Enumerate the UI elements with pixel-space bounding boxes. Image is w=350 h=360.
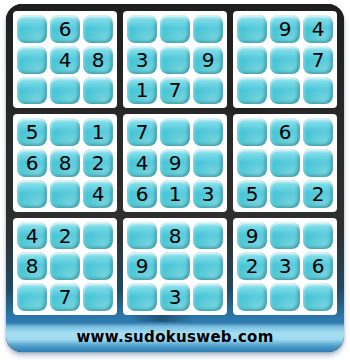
cell-r7c5[interactable]: 8 — [160, 222, 190, 250]
cell-r3c7[interactable] — [237, 77, 267, 105]
cell-r9c2[interactable]: 7 — [50, 283, 80, 311]
cell-r3c2[interactable] — [50, 77, 80, 105]
cell-digit: 2 — [312, 184, 325, 204]
cell-r9c9[interactable] — [303, 283, 333, 311]
box-r2c1: 516824 — [13, 114, 117, 211]
cell-r2c1[interactable] — [17, 46, 47, 74]
cell-r6c4[interactable]: 6 — [127, 180, 157, 208]
cell-r7c6[interactable] — [193, 222, 223, 250]
cell-r5c1[interactable]: 6 — [17, 149, 47, 177]
cell-r1c1[interactable] — [17, 15, 47, 43]
cell-digit: 4 — [59, 50, 72, 70]
cell-r3c1[interactable] — [17, 77, 47, 105]
cell-r5c9[interactable] — [303, 149, 333, 177]
box-r2c2: 749613 — [123, 114, 227, 211]
cell-digit: 3 — [169, 287, 182, 307]
sudoku-board: 648391794751682474961365242878939236 — [6, 4, 344, 322]
cell-digit: 7 — [312, 50, 325, 70]
cell-r4c4[interactable]: 7 — [127, 118, 157, 146]
cell-digit: 8 — [92, 50, 105, 70]
cell-digit: 9 — [246, 226, 259, 246]
cell-digit: 7 — [169, 80, 182, 100]
cell-r7c3[interactable] — [83, 222, 113, 250]
cell-digit: 8 — [169, 226, 182, 246]
cell-digit: 9 — [202, 50, 215, 70]
cell-r5c2[interactable]: 8 — [50, 149, 80, 177]
cell-r9c1[interactable] — [17, 283, 47, 311]
cell-r2c6[interactable]: 9 — [193, 46, 223, 74]
cell-r9c8[interactable] — [270, 283, 300, 311]
cell-digit: 7 — [59, 287, 72, 307]
box-r2c3: 652 — [233, 114, 337, 211]
cell-r6c3[interactable]: 4 — [83, 180, 113, 208]
cell-r5c3[interactable]: 2 — [83, 149, 113, 177]
cell-r7c1[interactable]: 4 — [17, 222, 47, 250]
cell-digit: 1 — [136, 80, 149, 100]
cell-r4c8[interactable]: 6 — [270, 118, 300, 146]
cell-r3c5[interactable]: 7 — [160, 77, 190, 105]
cell-r2c3[interactable]: 8 — [83, 46, 113, 74]
cell-r1c5[interactable] — [160, 15, 190, 43]
cell-digit: 1 — [92, 122, 105, 142]
cell-digit: 4 — [92, 184, 105, 204]
box-r3c2: 893 — [123, 218, 227, 315]
cell-r8c3[interactable] — [83, 252, 113, 280]
cell-digit: 2 — [59, 226, 72, 246]
sudoku-app: 648391794751682474961365242878939236 www… — [6, 4, 344, 352]
cell-r3c9[interactable] — [303, 77, 333, 105]
cell-r4c1[interactable]: 5 — [17, 118, 47, 146]
cell-r3c3[interactable] — [83, 77, 113, 105]
cell-r4c3[interactable]: 1 — [83, 118, 113, 146]
cell-digit: 3 — [136, 50, 149, 70]
cell-r1c6[interactable] — [193, 15, 223, 43]
cell-r5c5[interactable]: 9 — [160, 149, 190, 177]
cell-r6c7[interactable]: 5 — [237, 180, 267, 208]
cell-digit: 9 — [136, 256, 149, 276]
cell-r4c9[interactable] — [303, 118, 333, 146]
cell-r1c2[interactable]: 6 — [50, 15, 80, 43]
cell-r2c7[interactable] — [237, 46, 267, 74]
cell-r2c2[interactable]: 4 — [50, 46, 80, 74]
cell-r7c2[interactable]: 2 — [50, 222, 80, 250]
cell-r6c5[interactable]: 1 — [160, 180, 190, 208]
cell-digit: 6 — [279, 122, 292, 142]
cell-r8c1[interactable]: 8 — [17, 252, 47, 280]
box-r1c1: 648 — [13, 11, 117, 108]
cell-r5c7[interactable] — [237, 149, 267, 177]
cell-r9c3[interactable] — [83, 283, 113, 311]
box-r1c3: 947 — [233, 11, 337, 108]
cell-digit: 6 — [26, 153, 39, 173]
cell-r8c4[interactable]: 9 — [127, 252, 157, 280]
cell-r9c6[interactable] — [193, 283, 223, 311]
cell-r2c8[interactable] — [270, 46, 300, 74]
box-r1c2: 3917 — [123, 11, 227, 108]
cell-r3c8[interactable] — [270, 77, 300, 105]
box-r3c1: 4287 — [13, 218, 117, 315]
footer: www.sudokusweb.com — [6, 322, 344, 352]
cell-digit: 2 — [92, 153, 105, 173]
cell-r1c3[interactable] — [83, 15, 113, 43]
cell-r1c7[interactable] — [237, 15, 267, 43]
cell-digit: 6 — [312, 256, 325, 276]
cell-r6c2[interactable] — [50, 180, 80, 208]
cell-digit: 3 — [202, 184, 215, 204]
cell-r8c9[interactable]: 6 — [303, 252, 333, 280]
cell-r4c2[interactable] — [50, 118, 80, 146]
cell-r6c9[interactable]: 2 — [303, 180, 333, 208]
cell-digit: 4 — [312, 19, 325, 39]
cell-digit: 7 — [136, 122, 149, 142]
cell-r5c8[interactable] — [270, 149, 300, 177]
cell-r3c6[interactable] — [193, 77, 223, 105]
cell-r2c4[interactable]: 3 — [127, 46, 157, 74]
cell-digit: 6 — [136, 184, 149, 204]
cell-r5c4[interactable]: 4 — [127, 149, 157, 177]
cell-digit: 9 — [169, 153, 182, 173]
cell-digit: 4 — [136, 153, 149, 173]
cell-digit: 8 — [26, 256, 39, 276]
cell-r6c1[interactable] — [17, 180, 47, 208]
cell-r7c4[interactable] — [127, 222, 157, 250]
cell-r8c7[interactable]: 2 — [237, 252, 267, 280]
cell-r1c9[interactable]: 4 — [303, 15, 333, 43]
cell-r1c8[interactable]: 9 — [270, 15, 300, 43]
cell-digit: 8 — [59, 153, 72, 173]
cell-r8c8[interactable]: 3 — [270, 252, 300, 280]
cell-r9c7[interactable] — [237, 283, 267, 311]
cell-r2c9[interactable]: 7 — [303, 46, 333, 74]
site-url[interactable]: www.sudokusweb.com — [76, 328, 273, 346]
cell-r7c7[interactable]: 9 — [237, 222, 267, 250]
cell-r2c5[interactable] — [160, 46, 190, 74]
cell-r1c4[interactable] — [127, 15, 157, 43]
cell-digit: 9 — [279, 19, 292, 39]
cell-r5c6[interactable] — [193, 149, 223, 177]
cell-r9c5[interactable]: 3 — [160, 283, 190, 311]
cell-r3c4[interactable]: 1 — [127, 77, 157, 105]
cell-digit: 4 — [26, 226, 39, 246]
cell-digit: 5 — [26, 122, 39, 142]
cell-r9c4[interactable] — [127, 283, 157, 311]
cell-digit: 5 — [246, 184, 259, 204]
cell-digit: 6 — [59, 19, 72, 39]
box-r3c3: 9236 — [233, 218, 337, 315]
cell-r8c2[interactable] — [50, 252, 80, 280]
cell-r4c5[interactable] — [160, 118, 190, 146]
cell-r4c6[interactable] — [193, 118, 223, 146]
cell-r6c6[interactable]: 3 — [193, 180, 223, 208]
cell-digit: 3 — [279, 256, 292, 276]
cell-r7c9[interactable] — [303, 222, 333, 250]
cell-r8c5[interactable] — [160, 252, 190, 280]
cell-r6c8[interactable] — [270, 180, 300, 208]
cell-r4c7[interactable] — [237, 118, 267, 146]
cell-r7c8[interactable] — [270, 222, 300, 250]
cell-r8c6[interactable] — [193, 252, 223, 280]
cell-digit: 2 — [246, 256, 259, 276]
cell-digit: 1 — [169, 184, 182, 204]
